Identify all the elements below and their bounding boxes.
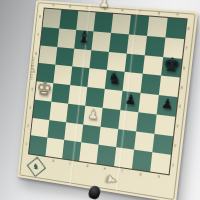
square-g5[interactable] <box>141 74 162 95</box>
square-a6[interactable] <box>39 45 58 65</box>
square-h8[interactable] <box>165 18 186 39</box>
piece-black-bishop-c7[interactable]: ♝ <box>76 29 91 46</box>
piece-black-knight-e5[interactable]: ♞ <box>107 70 123 88</box>
square-a1[interactable] <box>29 135 47 155</box>
offboard-white-pawn-top[interactable]: ♟ <box>98 0 111 9</box>
knight-logo-icon: ♞ <box>33 162 40 171</box>
photo-background: 87654321 87654321 abcdefgh abcdefgh ♝♚♞♚… <box>0 0 200 200</box>
square-g7[interactable] <box>145 36 166 57</box>
square-d6[interactable] <box>89 50 109 70</box>
square-d4[interactable] <box>85 87 104 108</box>
square-d7[interactable] <box>91 31 111 51</box>
square-d1[interactable] <box>79 143 98 164</box>
square-c2[interactable] <box>64 122 83 143</box>
square-b3[interactable] <box>49 101 68 121</box>
square-c6[interactable] <box>72 48 91 68</box>
piece-white-king-a4[interactable]: ♚ <box>35 79 53 99</box>
square-c1[interactable] <box>62 140 81 161</box>
square-h4[interactable]: ♟ <box>157 95 178 116</box>
square-b1[interactable] <box>45 138 64 159</box>
square-f4[interactable]: ♟ <box>120 91 140 112</box>
square-h3[interactable] <box>154 114 175 136</box>
square-d5[interactable] <box>87 68 107 89</box>
square-f8[interactable] <box>129 15 149 36</box>
square-h1[interactable] <box>150 152 171 174</box>
square-e1[interactable] <box>96 145 116 166</box>
square-c5[interactable] <box>70 67 89 87</box>
square-g2[interactable] <box>134 131 154 152</box>
square-g1[interactable] <box>132 150 152 172</box>
square-e8[interactable] <box>111 14 131 34</box>
square-c4[interactable] <box>68 85 87 105</box>
square-g3[interactable] <box>136 112 156 133</box>
square-f5[interactable] <box>122 72 142 93</box>
piece-white-pawn-d3[interactable]: ♟ <box>87 107 100 121</box>
chess-board: 87654321 87654321 abcdefgh abcdefgh ♝♚♞♚… <box>17 0 198 200</box>
square-e5[interactable]: ♞ <box>105 70 125 91</box>
square-c7[interactable]: ♝ <box>74 30 93 50</box>
square-f7[interactable] <box>127 34 147 55</box>
square-e4[interactable] <box>103 89 123 110</box>
square-a4[interactable]: ♚ <box>35 81 54 101</box>
square-e7[interactable] <box>109 33 129 53</box>
square-f2[interactable] <box>116 129 136 150</box>
square-a8[interactable] <box>43 9 62 29</box>
square-f1[interactable] <box>114 147 134 168</box>
square-e3[interactable] <box>101 108 121 129</box>
square-b7[interactable] <box>57 28 76 48</box>
square-b5[interactable] <box>53 65 72 85</box>
piece-black-king-h6[interactable]: ♚ <box>162 54 182 75</box>
square-g6[interactable] <box>143 55 164 76</box>
square-b4[interactable] <box>51 83 70 103</box>
square-c3[interactable] <box>66 103 85 124</box>
piece-black-pawn-h4[interactable]: ♟ <box>160 97 174 112</box>
square-a7[interactable] <box>41 27 60 47</box>
square-a3[interactable] <box>33 99 51 119</box>
square-f3[interactable] <box>118 110 138 131</box>
square-h2[interactable] <box>152 133 173 155</box>
square-d3[interactable]: ♟ <box>83 106 102 127</box>
piece-black-pawn-f4[interactable]: ♟ <box>124 93 137 107</box>
square-e2[interactable] <box>99 126 119 147</box>
square-d8[interactable] <box>94 12 114 32</box>
square-g8[interactable] <box>147 17 168 38</box>
offboard-white-pawn-fallen[interactable]: ♟ <box>105 173 119 187</box>
square-b2[interactable] <box>47 120 66 141</box>
square-g4[interactable] <box>138 93 158 114</box>
square-b6[interactable] <box>55 47 74 67</box>
square-d2[interactable] <box>81 124 100 145</box>
board-grid: ♝♚♞♚♟♟♟ <box>29 9 187 175</box>
square-f6[interactable] <box>125 53 145 74</box>
square-h6[interactable]: ♚ <box>161 57 182 78</box>
square-a2[interactable] <box>31 117 49 137</box>
square-b8[interactable] <box>59 10 78 30</box>
square-h5[interactable] <box>159 76 180 97</box>
